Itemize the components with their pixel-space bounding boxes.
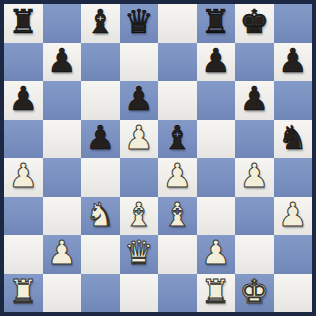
white-pawn-e4[interactable]: ♟ [162,158,192,196]
square-f2[interactable]: ♟ [197,235,236,274]
white-knight-c3[interactable]: ♞ [85,197,115,235]
square-h5[interactable]: ♞ [274,120,313,159]
square-f6[interactable] [197,81,236,120]
black-pawn-g6[interactable]: ♟ [239,81,269,119]
black-bishop-e5[interactable]: ♝ [162,120,192,158]
square-e6[interactable] [158,81,197,120]
square-a8[interactable]: ♜ [4,4,43,43]
square-g1[interactable]: ♚ [235,274,274,313]
square-c3[interactable]: ♞ [81,197,120,236]
square-c2[interactable] [81,235,120,274]
square-h2[interactable] [274,235,313,274]
square-d1[interactable] [120,274,159,313]
white-rook-a1[interactable]: ♜ [8,274,38,312]
white-rook-f1[interactable]: ♜ [201,274,231,312]
square-e8[interactable] [158,4,197,43]
black-pawn-c5[interactable]: ♟ [85,120,115,158]
square-g7[interactable] [235,43,274,82]
square-b3[interactable] [43,197,82,236]
square-a3[interactable] [4,197,43,236]
square-h4[interactable] [274,158,313,197]
black-pawn-h7[interactable]: ♟ [278,43,308,81]
square-b2[interactable]: ♟ [43,235,82,274]
square-e1[interactable] [158,274,197,313]
square-c6[interactable] [81,81,120,120]
chess-board: ♜♝♛♜♚♟♟♟♟♟♟♟♟♝♞♟♟♟♞♝♝♟♟♛♟♜♜♚ [4,4,312,312]
black-rook-f8[interactable]: ♜ [201,4,231,42]
square-d2[interactable]: ♛ [120,235,159,274]
black-king-g8[interactable]: ♚ [239,4,269,42]
square-a2[interactable] [4,235,43,274]
white-pawn-b2[interactable]: ♟ [47,235,77,273]
square-f7[interactable]: ♟ [197,43,236,82]
square-d4[interactable] [120,158,159,197]
square-g4[interactable]: ♟ [235,158,274,197]
white-pawn-a4[interactable]: ♟ [8,158,38,196]
black-rook-a8[interactable]: ♜ [8,4,38,42]
square-g3[interactable] [235,197,274,236]
black-bishop-c8[interactable]: ♝ [85,4,115,42]
square-a1[interactable]: ♜ [4,274,43,313]
square-c7[interactable] [81,43,120,82]
square-e7[interactable] [158,43,197,82]
square-b7[interactable]: ♟ [43,43,82,82]
square-f3[interactable] [197,197,236,236]
square-a4[interactable]: ♟ [4,158,43,197]
square-a6[interactable]: ♟ [4,81,43,120]
square-c5[interactable]: ♟ [81,120,120,159]
square-d7[interactable] [120,43,159,82]
black-knight-h5[interactable]: ♞ [278,120,308,158]
square-a7[interactable] [4,43,43,82]
black-pawn-b7[interactable]: ♟ [47,43,77,81]
square-c1[interactable] [81,274,120,313]
square-g2[interactable] [235,235,274,274]
square-f8[interactable]: ♜ [197,4,236,43]
white-bishop-d3[interactable]: ♝ [124,197,154,235]
white-pawn-d5[interactable]: ♟ [124,120,154,158]
square-d8[interactable]: ♛ [120,4,159,43]
white-king-g1[interactable]: ♚ [239,274,269,312]
black-pawn-a6[interactable]: ♟ [8,81,38,119]
square-a5[interactable] [4,120,43,159]
square-b6[interactable] [43,81,82,120]
square-e2[interactable] [158,235,197,274]
black-queen-d8[interactable]: ♛ [124,4,154,42]
square-g5[interactable] [235,120,274,159]
square-e5[interactable]: ♝ [158,120,197,159]
square-h3[interactable]: ♟ [274,197,313,236]
square-h1[interactable] [274,274,313,313]
white-pawn-g4[interactable]: ♟ [239,158,269,196]
square-e3[interactable]: ♝ [158,197,197,236]
white-pawn-h3[interactable]: ♟ [278,197,308,235]
white-queen-d2[interactable]: ♛ [124,235,154,273]
chess-board-frame: ♜♝♛♜♚♟♟♟♟♟♟♟♟♝♞♟♟♟♞♝♝♟♟♛♟♜♜♚ [0,0,316,316]
square-f5[interactable] [197,120,236,159]
square-f4[interactable] [197,158,236,197]
square-d6[interactable]: ♟ [120,81,159,120]
square-b8[interactable] [43,4,82,43]
square-d3[interactable]: ♝ [120,197,159,236]
square-g6[interactable]: ♟ [235,81,274,120]
square-d5[interactable]: ♟ [120,120,159,159]
square-b1[interactable] [43,274,82,313]
black-pawn-d6[interactable]: ♟ [124,81,154,119]
square-h6[interactable] [274,81,313,120]
square-g8[interactable]: ♚ [235,4,274,43]
square-h8[interactable] [274,4,313,43]
white-bishop-e3[interactable]: ♝ [162,197,192,235]
white-pawn-f2[interactable]: ♟ [201,235,231,273]
square-h7[interactable]: ♟ [274,43,313,82]
square-b5[interactable] [43,120,82,159]
square-e4[interactable]: ♟ [158,158,197,197]
square-b4[interactable] [43,158,82,197]
black-pawn-f7[interactable]: ♟ [201,43,231,81]
square-f1[interactable]: ♜ [197,274,236,313]
square-c8[interactable]: ♝ [81,4,120,43]
square-c4[interactable] [81,158,120,197]
